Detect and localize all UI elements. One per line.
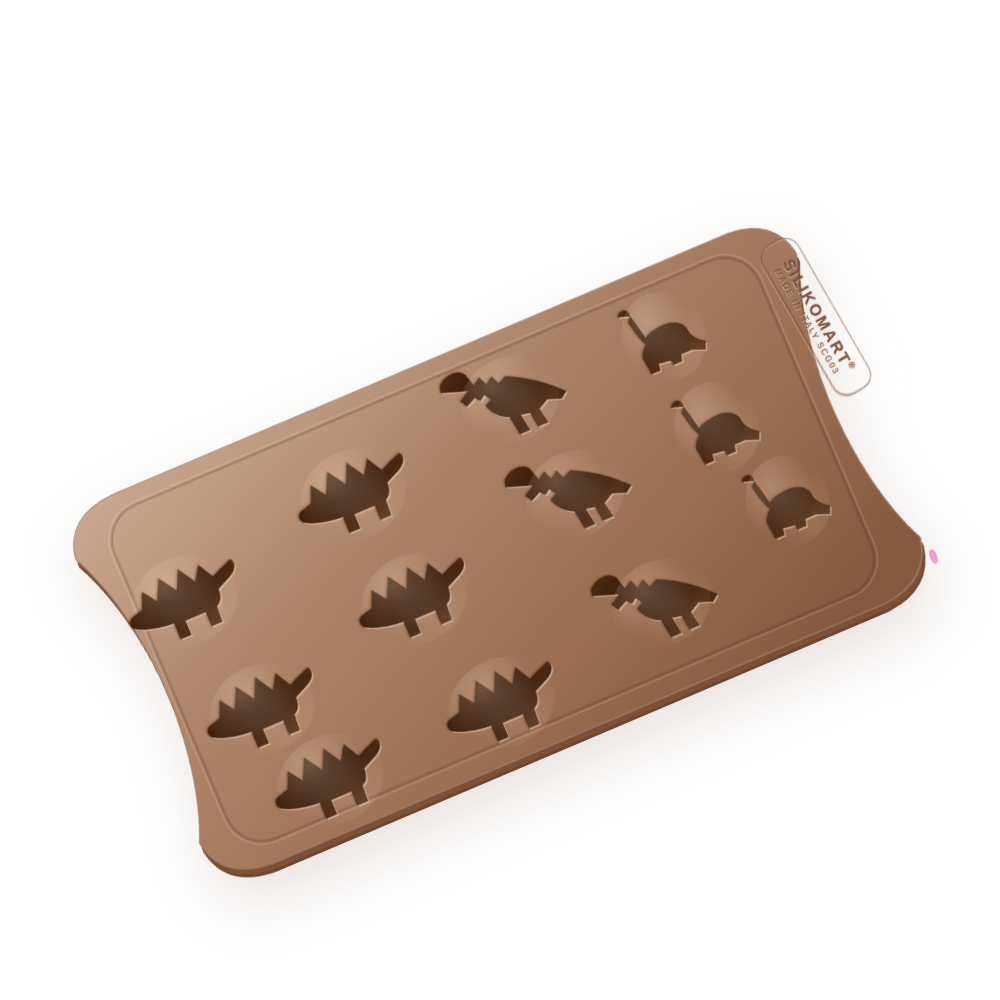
cavity-t-rex-r3c3: [576, 526, 747, 680]
chocolate-mold: SILIKOMART® MADE IN ITALY SCG03: [43, 197, 957, 909]
product-photo: SILIKOMART® MADE IN ITALY SCG03: [0, 0, 1000, 1000]
